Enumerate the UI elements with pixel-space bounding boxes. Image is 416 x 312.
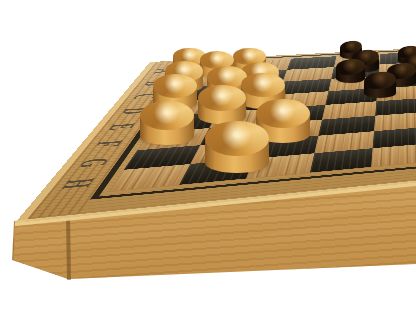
pc-cap-light <box>153 74 197 98</box>
pc-cap-light <box>198 85 246 111</box>
pc-cap-light <box>205 121 269 156</box>
checkers-board-photo: ABCDEFGH <box>0 0 416 312</box>
pc-cap-light <box>241 73 285 97</box>
pc-cap-light <box>256 99 310 128</box>
pc-cap-light <box>140 101 194 130</box>
